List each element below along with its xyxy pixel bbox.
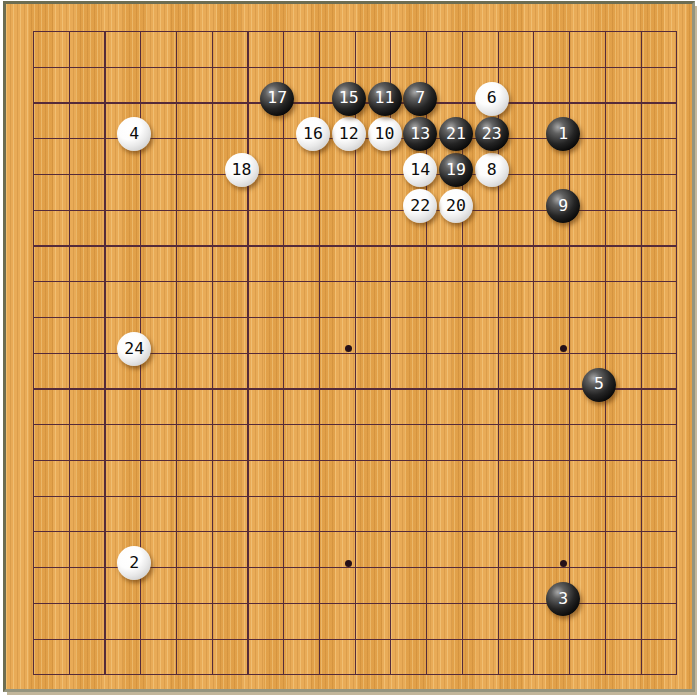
stone-black-21-N16: 21 [439,117,473,151]
move-number: 23 [482,126,502,143]
go-diagram: 123456789101112131415161718192021222324 [0,0,700,700]
stone-white-10-L16: 10 [368,117,402,151]
move-number: 12 [339,126,359,143]
stone-white-14-M15: 14 [403,153,437,187]
stone-white-12-K16: 12 [332,117,366,151]
move-number: 1 [558,126,568,143]
move-number: 17 [267,90,287,107]
move-number: 2 [129,555,139,572]
stone-black-15-K17: 15 [332,82,366,116]
move-number: 6 [487,90,497,107]
move-number: 18 [232,161,252,178]
move-number: 10 [375,126,395,143]
move-number: 5 [594,376,604,393]
move-number: 19 [446,161,466,178]
move-number: 11 [375,90,395,107]
move-number: 14 [410,161,430,178]
move-number: 22 [410,197,430,214]
stone-white-24-D10: 24 [117,332,151,366]
move-number: 7 [415,90,425,107]
stone-white-18-G15: 18 [225,153,259,187]
move-number: 13 [410,126,430,143]
stone-white-16-J16: 16 [296,117,330,151]
stone-black-1-Q16: 1 [546,117,580,151]
move-number: 16 [303,126,323,143]
stone-black-17-H17: 17 [260,82,294,116]
move-number: 15 [339,90,359,107]
move-number: 21 [446,126,466,143]
stone-white-4-D16: 4 [117,117,151,151]
stone-black-5-R9: 5 [582,368,616,402]
stones-layer: 123456789101112131415161718192021222324 [9,9,688,688]
stone-black-3-Q3: 3 [546,582,580,616]
stone-white-2-D4: 2 [117,546,151,580]
stone-black-9-Q14: 9 [546,189,580,223]
stone-black-13-M16: 13 [403,117,437,151]
stone-white-8-O15: 8 [475,153,509,187]
stone-black-23-O16: 23 [475,117,509,151]
stone-white-6-O17: 6 [475,82,509,116]
stone-white-20-N14: 20 [439,189,473,223]
move-number: 20 [446,197,466,214]
stone-black-7-M17: 7 [403,82,437,116]
stone-black-11-L17: 11 [368,82,402,116]
move-number: 3 [558,590,568,607]
move-number: 4 [129,126,139,143]
move-number: 24 [124,340,144,357]
stone-black-19-N15: 19 [439,153,473,187]
stone-white-22-M14: 22 [403,189,437,223]
move-number: 8 [487,161,497,178]
move-number: 9 [558,197,568,214]
go-board: 123456789101112131415161718192021222324 [3,1,695,692]
